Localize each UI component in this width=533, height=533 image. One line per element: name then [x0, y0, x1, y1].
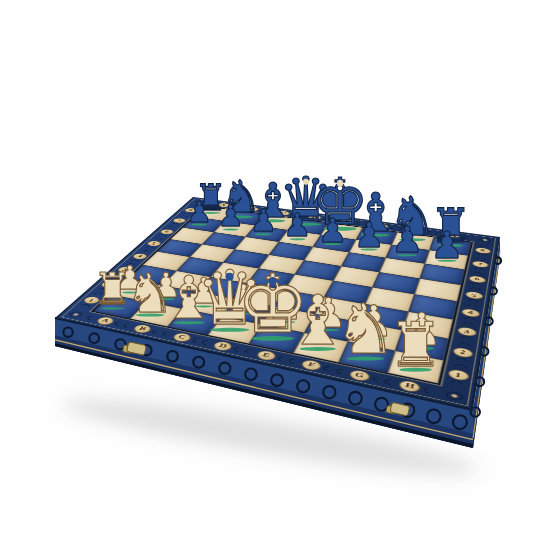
- piece-blue-pawn-d7[interactable]: ♟: [283, 210, 312, 242]
- piece-blue-pawn-c7[interactable]: ♟: [250, 206, 277, 237]
- piece-blue-pawn-h7[interactable]: ♟: [430, 226, 463, 263]
- felt-base: [223, 228, 238, 230]
- felt-base: [289, 238, 306, 240]
- crown-tip-accent: [226, 273, 234, 281]
- felt-base: [399, 368, 431, 371]
- crown-tip-accent: [269, 277, 277, 285]
- piece-blue-pawn-a7[interactable]: ♟: [187, 199, 213, 227]
- piece-blue-pawn-f7[interactable]: ♟: [354, 218, 385, 252]
- felt-base: [192, 224, 207, 226]
- piece-blue-pawn-g7[interactable]: ♟: [391, 222, 423, 258]
- piece-blue-pawn-e7[interactable]: ♟: [318, 214, 348, 247]
- felt-base: [300, 347, 335, 351]
- piece-white-rook-h1[interactable]: ♜: [388, 313, 443, 374]
- crown-tip-accent: [303, 179, 309, 185]
- piece-blue-pawn-b7[interactable]: ♟: [218, 202, 244, 232]
- product-photo-stage: ABCDEFGH ABCDEFGH 87654321 87654321 ♜♞♝♛…: [0, 0, 533, 533]
- felt-base: [101, 307, 124, 309]
- felt-base: [255, 233, 271, 235]
- pieces-layer: ♜♞♝♛♚♝♞♜♟♟♟♟♟♟♟♟♟♟♟♟♟♟♟♟♜♞♝♛♚♝♞♜: [0, 0, 533, 533]
- felt-base: [136, 314, 164, 317]
- felt-base: [437, 260, 456, 262]
- felt-base: [360, 248, 378, 250]
- felt-base: [347, 357, 383, 361]
- felt-base: [324, 243, 341, 245]
- felt-base: [398, 254, 417, 256]
- crown-tip-accent: [337, 180, 343, 186]
